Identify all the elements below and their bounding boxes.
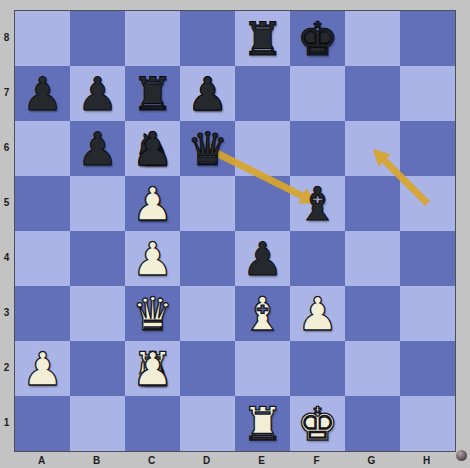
black-pawn-e4[interactable]: ♟ <box>235 231 290 286</box>
rank-label-8: 8 <box>0 10 13 65</box>
white-pawn-c4[interactable]: ♟ <box>125 231 180 286</box>
piece-layer: ♜♚♟♟♜♟♟♟♞♟♟♛♟♟♝♟♟♛♝♟♟♞♜♟♟♜♚ <box>15 11 455 451</box>
black-pawn-b6[interactable]: ♟ <box>70 121 125 176</box>
black-pawn-d7[interactable]: ♟ <box>180 66 235 121</box>
file-label-d: D <box>179 452 234 468</box>
rank-label-5: 5 <box>0 175 13 230</box>
rank-label-6: 6 <box>0 120 13 175</box>
file-label-b: B <box>69 452 124 468</box>
white-pawn-c5[interactable]: ♟ <box>125 176 180 231</box>
black-pawn-c6[interactable]: ♟ <box>125 121 180 176</box>
file-label-e: E <box>234 452 289 468</box>
black-bishop-f5[interactable]: ♝ <box>290 176 345 231</box>
white-queen-c3[interactable]: ♛ <box>125 286 180 341</box>
move-indicator-ball <box>456 450 467 461</box>
black-rook-e8[interactable]: ♜ <box>235 11 290 66</box>
rank-label-7: 7 <box>0 65 13 120</box>
black-pawn-a7[interactable]: ♟ <box>15 66 70 121</box>
rank-label-2: 2 <box>0 340 13 395</box>
black-king-f8[interactable]: ♚ <box>290 11 345 66</box>
file-label-a: A <box>14 452 69 468</box>
white-pawn-a2[interactable]: ♟ <box>15 341 70 396</box>
white-king-f1[interactable]: ♚ <box>290 396 345 451</box>
black-rook-c7[interactable]: ♜ <box>125 66 180 121</box>
white-bishop-e3[interactable]: ♝ <box>235 286 290 341</box>
chess-board: ♜♚♟♟♜♟♟♟♞♟♟♛♟♟♝♟♟♛♝♟♟♞♜♟♟♜♚ <box>14 10 456 452</box>
file-label-h: H <box>399 452 454 468</box>
black-queen-d6[interactable]: ♛ <box>180 121 235 176</box>
file-label-g: G <box>344 452 399 468</box>
chess-app-window: ♜♚♟♟♜♟♟♟♞♟♟♛♟♟♝♟♟♛♝♟♟♞♜♟♟♜♚ 87654321ABCD… <box>0 0 470 468</box>
file-label-c: C <box>124 452 179 468</box>
black-pawn-b7[interactable]: ♟ <box>70 66 125 121</box>
rank-label-4: 4 <box>0 230 13 285</box>
rank-label-1: 1 <box>0 395 13 450</box>
rank-label-3: 3 <box>0 285 13 340</box>
white-rook-e1[interactable]: ♜ <box>235 396 290 451</box>
white-pawn-f3[interactable]: ♟ <box>290 286 345 341</box>
file-label-f: F <box>289 452 344 468</box>
white-pawn-c2[interactable]: ♟ <box>125 341 180 396</box>
